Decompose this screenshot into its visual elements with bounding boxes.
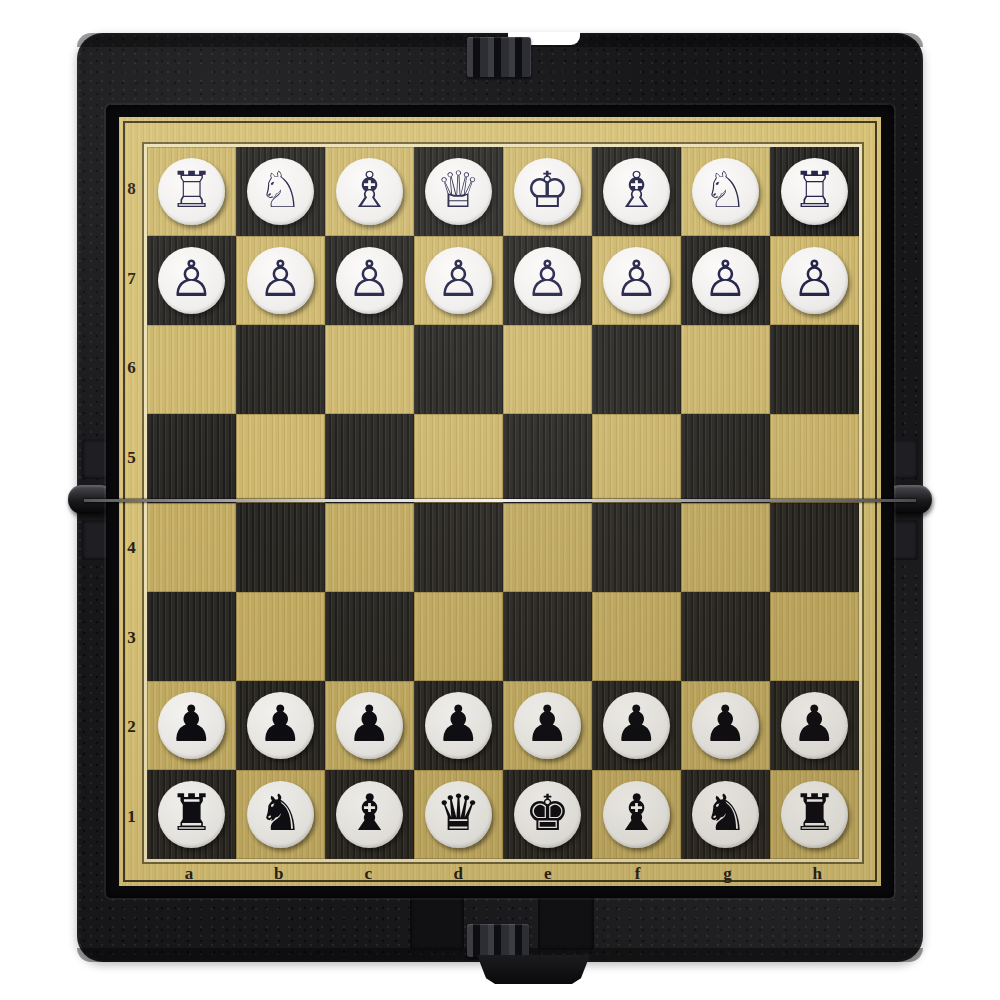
file-label-a: a (144, 862, 234, 886)
black-queen-glyph: ♛ (436, 788, 481, 838)
square-d1[interactable]: ♛ (414, 770, 503, 859)
piece-black-knight[interactable]: ♞ (692, 781, 759, 848)
white-knight-glyph: ♘ (258, 165, 303, 215)
square-h2[interactable]: ♟ (770, 681, 859, 770)
piece-white-pawn[interactable]: ♙ (247, 247, 314, 314)
piece-black-king[interactable]: ♚ (514, 781, 581, 848)
black-rook-glyph: ♜ (792, 788, 837, 838)
black-king-glyph: ♚ (525, 788, 570, 838)
square-d6[interactable] (414, 325, 503, 414)
square-f3[interactable] (592, 592, 681, 681)
square-f2[interactable]: ♟ (592, 681, 681, 770)
rank-label-7: 7 (119, 234, 144, 324)
folding-case: 87654321 abcdefgh ♖♘♗♕♔♗♘♖♙♙♙♙♙♙♙♙♟♟♟♟♟♟… (77, 33, 923, 962)
square-b4[interactable] (236, 503, 325, 592)
square-c8[interactable]: ♗ (325, 147, 414, 236)
piece-white-rook[interactable]: ♖ (158, 158, 225, 225)
black-pawn-glyph: ♟ (614, 699, 659, 749)
clasp-latch-top[interactable] (467, 37, 531, 77)
piece-white-knight[interactable]: ♘ (247, 158, 314, 225)
square-f4[interactable] (592, 503, 681, 592)
square-a4[interactable] (147, 503, 236, 592)
rank-label-6: 6 (119, 324, 144, 414)
square-a1[interactable]: ♜ (147, 770, 236, 859)
square-b1[interactable]: ♞ (236, 770, 325, 859)
square-b6[interactable] (236, 325, 325, 414)
white-bishop-glyph: ♗ (614, 165, 659, 215)
piece-white-pawn[interactable]: ♙ (514, 247, 581, 314)
square-g3[interactable] (681, 592, 770, 681)
piece-white-pawn[interactable]: ♙ (425, 247, 492, 314)
black-knight-glyph: ♞ (703, 788, 748, 838)
square-e8[interactable]: ♔ (503, 147, 592, 236)
piece-black-pawn[interactable]: ♟ (158, 692, 225, 759)
white-pawn-glyph: ♙ (703, 254, 748, 304)
square-a6[interactable] (147, 325, 236, 414)
piece-black-pawn[interactable]: ♟ (603, 692, 670, 759)
square-c5[interactable] (325, 414, 414, 503)
square-a3[interactable] (147, 592, 236, 681)
black-pawn-glyph: ♟ (258, 699, 303, 749)
square-h4[interactable] (770, 503, 859, 592)
white-knight-glyph: ♘ (703, 165, 748, 215)
black-pawn-glyph: ♟ (436, 699, 481, 749)
square-h6[interactable] (770, 325, 859, 414)
square-a8[interactable]: ♖ (147, 147, 236, 236)
square-c1[interactable]: ♝ (325, 770, 414, 859)
square-c2[interactable]: ♟ (325, 681, 414, 770)
piece-white-pawn[interactable]: ♙ (781, 247, 848, 314)
square-g7[interactable]: ♙ (681, 236, 770, 325)
square-f8[interactable]: ♗ (592, 147, 681, 236)
square-b2[interactable]: ♟ (236, 681, 325, 770)
black-pawn-glyph: ♟ (169, 699, 214, 749)
rank-label-5: 5 (119, 413, 144, 503)
rank-label-1: 1 (119, 772, 144, 862)
white-pawn-glyph: ♙ (436, 254, 481, 304)
piece-black-rook[interactable]: ♜ (158, 781, 225, 848)
white-pawn-glyph: ♙ (347, 254, 392, 304)
piece-white-pawn[interactable]: ♙ (692, 247, 759, 314)
white-bishop-glyph: ♗ (347, 165, 392, 215)
white-queen-glyph: ♕ (436, 165, 481, 215)
white-rook-glyph: ♖ (792, 165, 837, 215)
square-h5[interactable] (770, 414, 859, 503)
square-a2[interactable]: ♟ (147, 681, 236, 770)
square-c7[interactable]: ♙ (325, 236, 414, 325)
rank-label-4: 4 (119, 503, 144, 593)
square-b7[interactable]: ♙ (236, 236, 325, 325)
piece-white-bishop[interactable]: ♗ (603, 158, 670, 225)
file-label-f: f (593, 862, 683, 886)
white-pawn-glyph: ♙ (169, 254, 214, 304)
white-pawn-glyph: ♙ (525, 254, 570, 304)
square-e6[interactable] (503, 325, 592, 414)
piece-white-pawn[interactable]: ♙ (603, 247, 670, 314)
file-label-d: d (413, 862, 503, 886)
square-b5[interactable] (236, 414, 325, 503)
black-pawn-glyph: ♟ (703, 699, 748, 749)
board-grid: ♖♘♗♕♔♗♘♖♙♙♙♙♙♙♙♙♟♟♟♟♟♟♟♟♜♞♝♛♚♝♞♜ (144, 144, 862, 862)
square-e1[interactable]: ♚ (503, 770, 592, 859)
square-a7[interactable]: ♙ (147, 236, 236, 325)
piece-white-pawn[interactable]: ♙ (336, 247, 403, 314)
square-d3[interactable] (414, 592, 503, 681)
square-f7[interactable]: ♙ (592, 236, 681, 325)
piece-white-rook[interactable]: ♖ (781, 158, 848, 225)
square-a5[interactable] (147, 414, 236, 503)
piece-black-pawn[interactable]: ♟ (247, 692, 314, 759)
square-g2[interactable]: ♟ (681, 681, 770, 770)
piece-black-pawn[interactable]: ♟ (514, 692, 581, 759)
piece-black-queen[interactable]: ♛ (425, 781, 492, 848)
square-c3[interactable] (325, 592, 414, 681)
square-h3[interactable] (770, 592, 859, 681)
clasp-latch-bottom[interactable] (467, 924, 529, 957)
piece-black-pawn[interactable]: ♟ (692, 692, 759, 759)
black-rook-glyph: ♜ (169, 788, 214, 838)
square-e2[interactable]: ♟ (503, 681, 592, 770)
white-pawn-glyph: ♙ (614, 254, 659, 304)
white-rook-glyph: ♖ (169, 165, 214, 215)
piece-black-knight[interactable]: ♞ (247, 781, 314, 848)
piece-white-bishop[interactable]: ♗ (336, 158, 403, 225)
pocket-chess-set-photo: 87654321 abcdefgh ♖♘♗♕♔♗♘♖♙♙♙♙♙♙♙♙♟♟♟♟♟♟… (0, 0, 1000, 1000)
rank-label-8: 8 (119, 144, 144, 234)
piece-black-pawn[interactable]: ♟ (781, 692, 848, 759)
rank-label-3: 3 (119, 593, 144, 683)
square-e4[interactable] (503, 503, 592, 592)
square-b3[interactable] (236, 592, 325, 681)
square-g8[interactable]: ♘ (681, 147, 770, 236)
square-f5[interactable] (592, 414, 681, 503)
black-pawn-glyph: ♟ (525, 699, 570, 749)
piece-black-bishop[interactable]: ♝ (336, 781, 403, 848)
file-labels: abcdefgh (144, 862, 862, 886)
square-d4[interactable] (414, 503, 503, 592)
square-d2[interactable]: ♟ (414, 681, 503, 770)
square-g4[interactable] (681, 503, 770, 592)
white-king-glyph: ♔ (525, 165, 570, 215)
square-e5[interactable] (503, 414, 592, 503)
rank-label-2: 2 (119, 683, 144, 773)
rank-labels: 87654321 (119, 144, 144, 862)
black-bishop-glyph: ♝ (614, 788, 659, 838)
square-e3[interactable] (503, 592, 592, 681)
piece-white-queen[interactable]: ♕ (425, 158, 492, 225)
square-c4[interactable] (325, 503, 414, 592)
square-f1[interactable]: ♝ (592, 770, 681, 859)
piece-white-knight[interactable]: ♘ (692, 158, 759, 225)
piece-white-pawn[interactable]: ♙ (158, 247, 225, 314)
square-c6[interactable] (325, 325, 414, 414)
square-d7[interactable]: ♙ (414, 236, 503, 325)
square-h7[interactable]: ♙ (770, 236, 859, 325)
white-pawn-glyph: ♙ (258, 254, 303, 304)
case-bottom-tab (477, 955, 590, 984)
file-label-e: e (503, 862, 593, 886)
piece-black-pawn[interactable]: ♟ (336, 692, 403, 759)
black-pawn-glyph: ♟ (792, 699, 837, 749)
square-h8[interactable]: ♖ (770, 147, 859, 236)
square-d8[interactable]: ♕ (414, 147, 503, 236)
square-g6[interactable] (681, 325, 770, 414)
file-label-h: h (772, 862, 862, 886)
piece-black-bishop[interactable]: ♝ (603, 781, 670, 848)
square-h1[interactable]: ♜ (770, 770, 859, 859)
square-e7[interactable]: ♙ (503, 236, 592, 325)
square-g5[interactable] (681, 414, 770, 503)
square-b8[interactable]: ♘ (236, 147, 325, 236)
square-f6[interactable] (592, 325, 681, 414)
square-d5[interactable] (414, 414, 503, 503)
white-pawn-glyph: ♙ (792, 254, 837, 304)
fold-seam (84, 499, 916, 502)
piece-black-rook[interactable]: ♜ (781, 781, 848, 848)
square-g1[interactable]: ♞ (681, 770, 770, 859)
piece-white-king[interactable]: ♔ (514, 158, 581, 225)
file-label-b: b (234, 862, 324, 886)
black-pawn-glyph: ♟ (347, 699, 392, 749)
file-label-g: g (683, 862, 773, 886)
file-label-c: c (324, 862, 414, 886)
black-bishop-glyph: ♝ (347, 788, 392, 838)
black-knight-glyph: ♞ (258, 788, 303, 838)
piece-black-pawn[interactable]: ♟ (425, 692, 492, 759)
